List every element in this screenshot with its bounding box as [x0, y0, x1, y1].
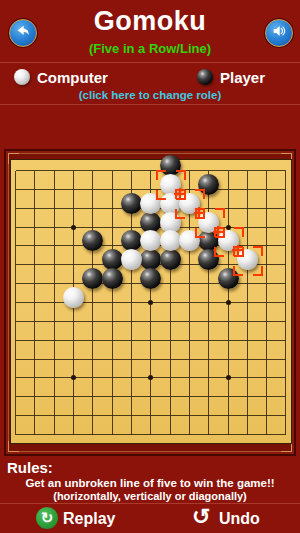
stone-black — [102, 268, 123, 289]
grid-line — [285, 171, 286, 435]
win-marker-bracket — [195, 228, 205, 238]
star-point — [71, 375, 76, 380]
undo-icon[interactable]: ↺ — [192, 506, 210, 528]
grid-line — [16, 434, 286, 435]
stone-white — [121, 249, 142, 270]
rules-heading: Rules: — [7, 459, 53, 476]
stone-black — [82, 268, 103, 289]
grid-line — [16, 321, 286, 322]
stone-black — [140, 212, 161, 233]
stone-white — [63, 287, 84, 308]
win-marker-bracket — [176, 170, 186, 180]
board[interactable] — [10, 159, 292, 444]
grid-line — [16, 359, 286, 360]
win-marker-bracket — [195, 189, 205, 199]
rules-line-2: (horizontally, vertically or diagonally) — [0, 490, 300, 502]
grid-line — [16, 396, 286, 397]
page-subtitle: (Five in a Row/Line) — [0, 41, 300, 56]
star-point — [148, 300, 153, 305]
star-point — [148, 375, 153, 380]
stone-white — [140, 230, 161, 251]
divider — [0, 62, 300, 63]
win-marker-bracket — [253, 246, 263, 256]
grid-line — [208, 171, 209, 435]
stone-black — [140, 249, 161, 270]
win-marker-bracket — [214, 247, 224, 257]
player-stone-icon — [197, 69, 213, 85]
stone-black — [102, 249, 123, 270]
grid-line — [16, 340, 286, 341]
win-marker-bracket — [156, 170, 166, 180]
player-role-label[interactable]: Player — [220, 69, 265, 86]
back-arrow-icon — [15, 23, 31, 43]
win-marker-bracket — [233, 266, 243, 276]
star-point — [226, 375, 231, 380]
stone-black — [140, 268, 161, 289]
stone-black — [121, 193, 142, 214]
rules-line-1: Get an unbroken line of five to win the … — [0, 477, 300, 489]
computer-role-label[interactable]: Computer — [37, 69, 108, 86]
win-marker-bracket — [156, 190, 166, 200]
change-role-hint[interactable]: (click here to change role) — [0, 89, 300, 101]
stone-black — [82, 230, 103, 251]
back-button[interactable] — [9, 19, 37, 47]
stone-black — [160, 249, 181, 270]
grid-line — [266, 171, 267, 435]
sound-button[interactable] — [265, 19, 293, 47]
win-marker-cross — [213, 226, 224, 237]
star-point — [226, 300, 231, 305]
win-marker-cross — [232, 245, 243, 256]
computer-stone-icon — [14, 69, 30, 85]
stone-white — [160, 230, 181, 251]
win-marker-bracket — [253, 266, 263, 276]
undo-button[interactable]: Undo — [219, 510, 260, 528]
replay-icon[interactable]: ↻ — [36, 507, 58, 529]
win-marker-bracket — [175, 209, 185, 219]
divider — [0, 104, 300, 105]
grid-line — [247, 171, 248, 435]
win-marker-bracket — [215, 208, 225, 218]
star-point — [226, 225, 231, 230]
win-marker-cross — [174, 188, 185, 199]
win-marker-bracket — [234, 227, 244, 237]
speaker-icon — [271, 23, 287, 43]
star-point — [71, 225, 76, 230]
divider — [0, 503, 300, 504]
page-title: Gomoku — [0, 6, 300, 37]
grid-line — [16, 415, 286, 416]
stone-black — [121, 230, 142, 251]
replay-button[interactable]: Replay — [63, 510, 115, 528]
win-marker-cross — [194, 207, 205, 218]
